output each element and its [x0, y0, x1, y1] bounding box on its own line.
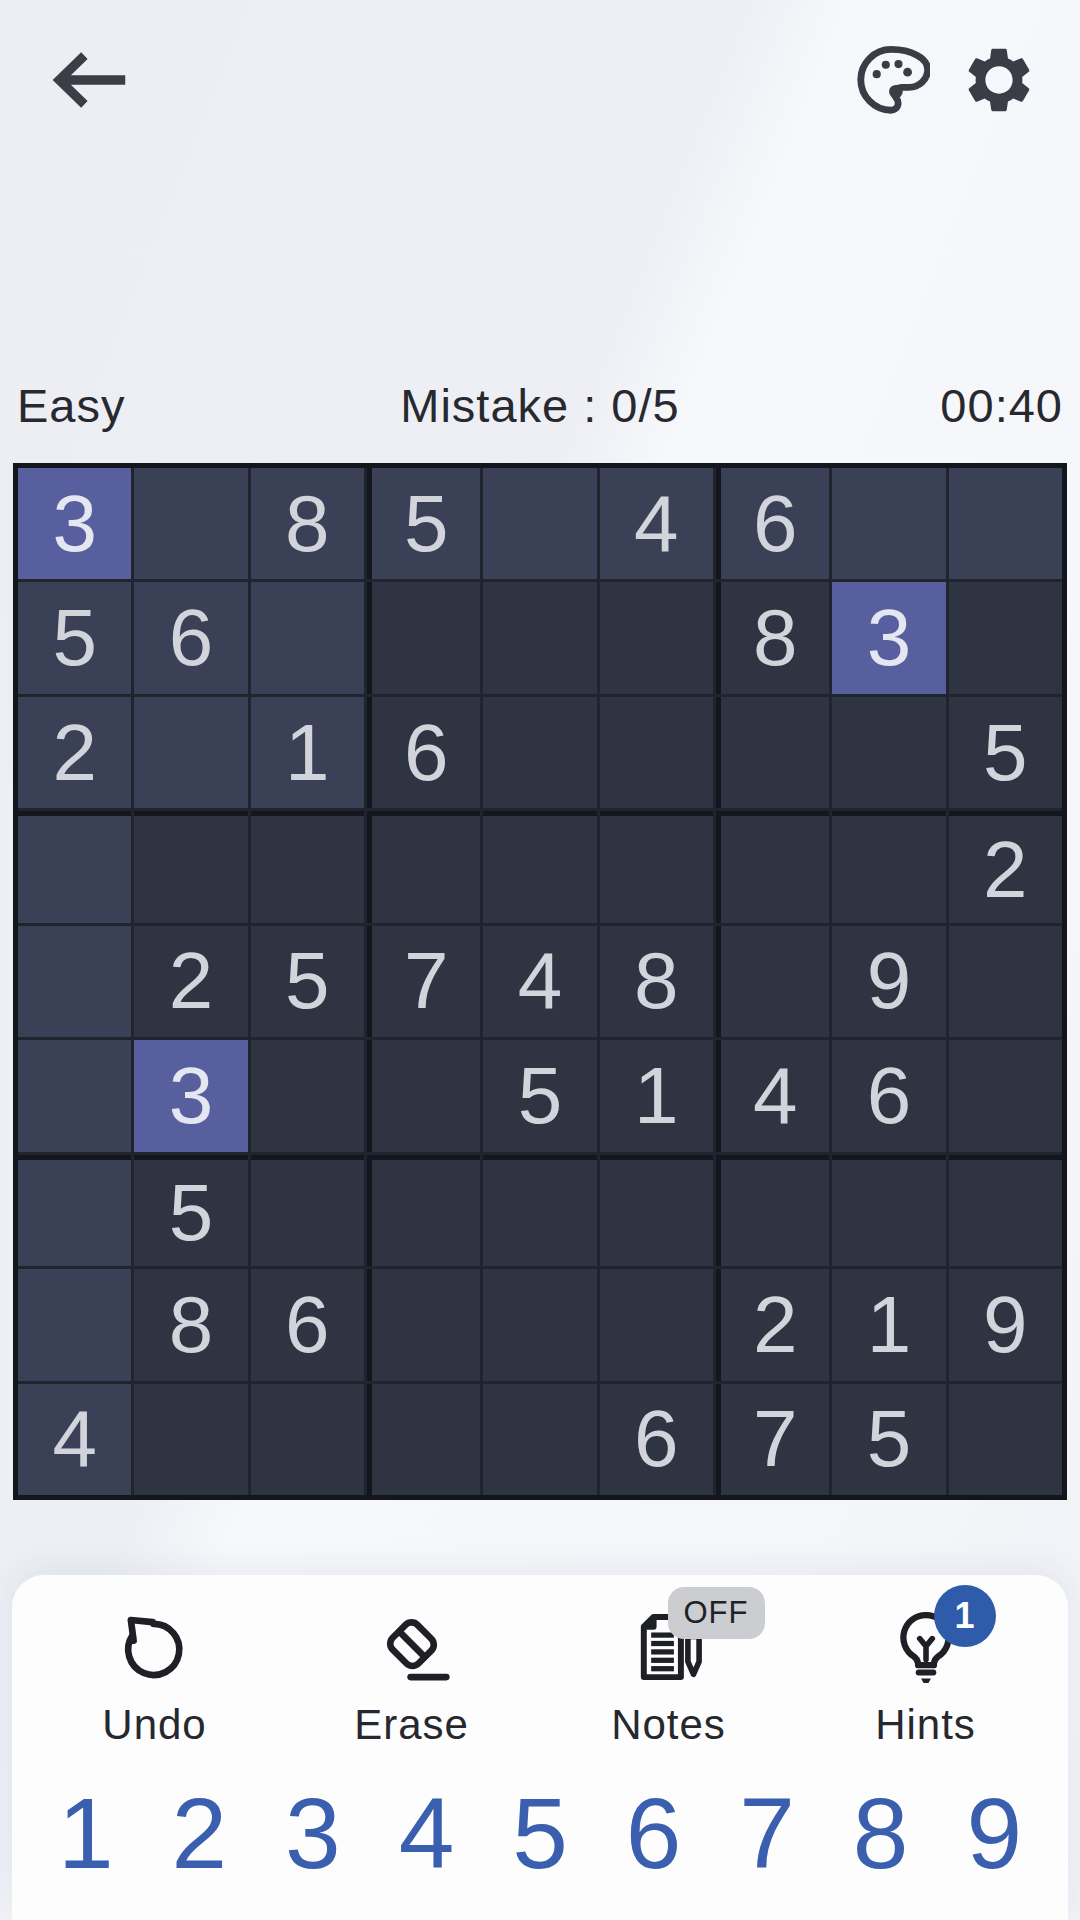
cell-r5c8[interactable]: 9: [832, 926, 945, 1037]
cell-r7c4[interactable]: [367, 1155, 480, 1266]
settings-button[interactable]: [960, 41, 1038, 119]
cell-r9c6[interactable]: 6: [600, 1384, 713, 1495]
cell-r2c9[interactable]: [949, 582, 1062, 693]
cell-r1c1[interactable]: 3: [18, 468, 131, 579]
sudoku-app: Easy Mistake : 0/5 00:40 385465683216522…: [0, 0, 1080, 1920]
erase-label: Erase: [354, 1701, 469, 1749]
numpad-digit-7[interactable]: 7: [739, 1783, 795, 1883]
numpad-digit-3[interactable]: 3: [285, 1783, 341, 1883]
cell-r3c7[interactable]: [716, 697, 829, 808]
cell-r9c3[interactable]: [251, 1384, 364, 1495]
cell-r1c4[interactable]: 5: [367, 468, 480, 579]
cell-r9c2[interactable]: [134, 1384, 247, 1495]
cell-r3c6[interactable]: [600, 697, 713, 808]
cell-r2c1[interactable]: 5: [18, 582, 131, 693]
cell-r3c2[interactable]: [134, 697, 247, 808]
cell-r4c6[interactable]: [600, 811, 713, 922]
numpad-digit-5[interactable]: 5: [512, 1783, 568, 1883]
cell-r2c8[interactable]: 3: [832, 582, 945, 693]
cell-r1c2[interactable]: [134, 468, 247, 579]
numpad-digit-6[interactable]: 6: [626, 1783, 682, 1883]
cell-r6c2[interactable]: 3: [134, 1040, 247, 1151]
cell-r3c8[interactable]: [832, 697, 945, 808]
cell-r2c2[interactable]: 6: [134, 582, 247, 693]
bottom-panel: Undo Erase: [12, 1575, 1068, 1920]
cell-r6c1[interactable]: [18, 1040, 131, 1151]
cell-r5c5[interactable]: 4: [483, 926, 596, 1037]
hints-count-badge: 1: [934, 1585, 996, 1647]
cell-r4c4[interactable]: [367, 811, 480, 922]
cell-r2c7[interactable]: 8: [716, 582, 829, 693]
cell-r8c3[interactable]: 6: [251, 1269, 364, 1380]
notes-label: Notes: [611, 1701, 726, 1749]
cell-r4c2[interactable]: [134, 811, 247, 922]
status-bar: Easy Mistake : 0/5 00:40: [0, 376, 1080, 434]
cell-r1c7[interactable]: 6: [716, 468, 829, 579]
cell-r7c7[interactable]: [716, 1155, 829, 1266]
cell-r1c5[interactable]: [483, 468, 596, 579]
cell-r2c4[interactable]: [367, 582, 480, 693]
timer: 00:40: [755, 378, 1063, 433]
cell-r4c5[interactable]: [483, 811, 596, 922]
cell-r3c4[interactable]: 6: [367, 697, 480, 808]
gear-icon: [960, 41, 1038, 119]
cell-r4c7[interactable]: [716, 811, 829, 922]
undo-label: Undo: [102, 1701, 206, 1749]
cell-r5c6[interactable]: 8: [600, 926, 713, 1037]
cell-r1c3[interactable]: 8: [251, 468, 364, 579]
cell-r8c4[interactable]: [367, 1269, 480, 1380]
cell-r4c3[interactable]: [251, 811, 364, 922]
theme-palette-button[interactable]: [852, 41, 930, 119]
cell-r7c9[interactable]: [949, 1155, 1062, 1266]
cell-r2c3[interactable]: [251, 582, 364, 693]
cell-r4c9[interactable]: 2: [949, 811, 1062, 922]
mistake-counter: Mistake : 0/5: [325, 378, 756, 433]
hints-label: Hints: [875, 1701, 976, 1749]
sudoku-grid: 38546568321652257489351465862194675: [13, 463, 1067, 1500]
cell-r8c9[interactable]: 9: [949, 1269, 1062, 1380]
cell-r7c5[interactable]: [483, 1155, 596, 1266]
cell-r6c4[interactable]: [367, 1040, 480, 1151]
cell-r9c9[interactable]: [949, 1384, 1062, 1495]
number-pad: 123456789: [12, 1783, 1068, 1883]
cell-r1c9[interactable]: [949, 468, 1062, 579]
cell-r6c3[interactable]: [251, 1040, 364, 1151]
cell-r5c2[interactable]: 2: [134, 926, 247, 1037]
cell-r9c7[interactable]: 7: [716, 1384, 829, 1495]
cell-r7c2[interactable]: 5: [134, 1155, 247, 1266]
cell-r6c8[interactable]: 6: [832, 1040, 945, 1151]
cell-r9c4[interactable]: [367, 1384, 480, 1495]
undo-button[interactable]: Undo: [55, 1605, 255, 1749]
top-right-icons: [852, 41, 1038, 119]
cell-r7c3[interactable]: [251, 1155, 364, 1266]
back-arrow-icon: [50, 47, 136, 113]
cell-r9c5[interactable]: [483, 1384, 596, 1495]
numpad-digit-9[interactable]: 9: [966, 1783, 1022, 1883]
cell-r4c1[interactable]: [18, 811, 131, 922]
back-button[interactable]: [50, 47, 136, 113]
cell-r7c8[interactable]: [832, 1155, 945, 1266]
cell-r9c1[interactable]: 4: [18, 1384, 131, 1495]
notes-button[interactable]: OFF Notes: [569, 1605, 769, 1749]
cell-r8c6[interactable]: [600, 1269, 713, 1380]
cell-r5c3[interactable]: 5: [251, 926, 364, 1037]
palette-icon: [852, 41, 930, 119]
cell-r2c5[interactable]: [483, 582, 596, 693]
cell-r3c3[interactable]: 1: [251, 697, 364, 808]
numpad-digit-8[interactable]: 8: [853, 1783, 909, 1883]
top-bar: [50, 38, 1038, 122]
cell-r3c5[interactable]: [483, 697, 596, 808]
cell-r5c1[interactable]: [18, 926, 131, 1037]
cell-r3c9[interactable]: 5: [949, 697, 1062, 808]
cell-r5c9[interactable]: [949, 926, 1062, 1037]
cell-r6c7[interactable]: 4: [716, 1040, 829, 1151]
notes-off-badge: OFF: [668, 1587, 765, 1639]
toolbar: Undo Erase: [12, 1575, 1068, 1749]
cell-r5c4[interactable]: 7: [367, 926, 480, 1037]
cell-r6c9[interactable]: [949, 1040, 1062, 1151]
cell-r6c5[interactable]: 5: [483, 1040, 596, 1151]
cell-r2c6[interactable]: [600, 582, 713, 693]
cell-r7c1[interactable]: [18, 1155, 131, 1266]
cell-r5c7[interactable]: [716, 926, 829, 1037]
cell-r4c8[interactable]: [832, 811, 945, 922]
eraser-icon: [370, 1605, 454, 1689]
cell-r3c1[interactable]: 2: [18, 697, 131, 808]
difficulty-label: Easy: [17, 378, 325, 433]
numpad-digit-2[interactable]: 2: [172, 1783, 228, 1883]
cell-r7c6[interactable]: [600, 1155, 713, 1266]
cell-r6c6[interactable]: 1: [600, 1040, 713, 1151]
erase-button[interactable]: Erase: [312, 1605, 512, 1749]
cell-r8c5[interactable]: [483, 1269, 596, 1380]
cell-r8c1[interactable]: [18, 1269, 131, 1380]
cell-r1c8[interactable]: [832, 468, 945, 579]
cell-r9c8[interactable]: 5: [832, 1384, 945, 1495]
hints-button[interactable]: 1 Hints: [826, 1605, 1026, 1749]
cell-r8c7[interactable]: 2: [716, 1269, 829, 1380]
cell-r8c8[interactable]: 1: [832, 1269, 945, 1380]
numpad-digit-4[interactable]: 4: [399, 1783, 455, 1883]
undo-icon: [113, 1605, 197, 1689]
cell-r1c6[interactable]: 4: [600, 468, 713, 579]
cell-r8c2[interactable]: 8: [134, 1269, 247, 1380]
numpad-digit-1[interactable]: 1: [58, 1783, 114, 1883]
